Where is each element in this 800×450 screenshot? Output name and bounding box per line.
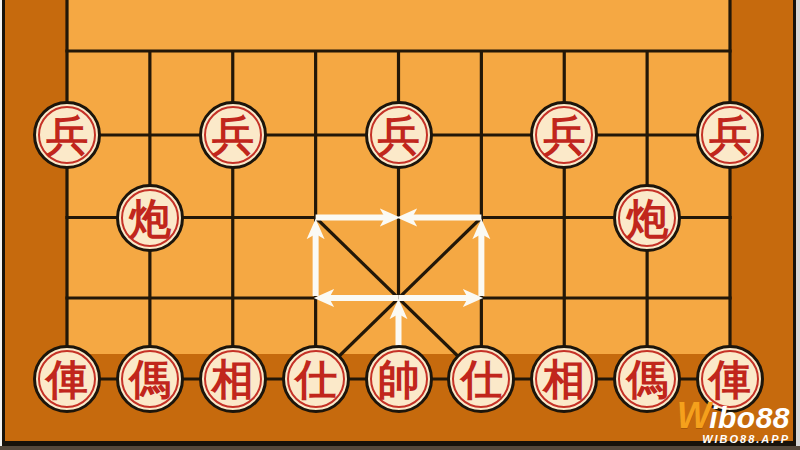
cell-f5-r2: 兵 bbox=[357, 93, 440, 177]
piece-glyph: 兵 bbox=[378, 115, 420, 157]
logo-rest: ibo88 bbox=[709, 401, 790, 434]
piece-glyph: 帥 bbox=[378, 359, 420, 401]
piece-red-elephant[interactable]: 相 bbox=[530, 345, 598, 413]
piece-glyph: 傌 bbox=[626, 359, 668, 401]
piece-layer: 兵兵兵兵兵炮炮俥傌相仕帥仕相傌俥 bbox=[26, 9, 772, 420]
piece-glyph: 相 bbox=[543, 359, 585, 401]
cell-f3-r5: 相 bbox=[191, 338, 274, 420]
piece-glyph: 傌 bbox=[129, 359, 171, 401]
piece-glyph: 炮 bbox=[129, 198, 171, 240]
piece-red-horse[interactable]: 傌 bbox=[116, 345, 184, 413]
piece-red-elephant[interactable]: 相 bbox=[199, 345, 267, 413]
cell-f1-r2: 兵 bbox=[26, 93, 109, 177]
piece-red-cannon[interactable]: 炮 bbox=[116, 184, 184, 252]
piece-red-horse[interactable]: 傌 bbox=[613, 345, 681, 413]
logo-wordmark: Wibo88 bbox=[677, 398, 790, 434]
piece-red-soldier[interactable]: 兵 bbox=[365, 101, 433, 169]
cell-f3-r2: 兵 bbox=[191, 93, 274, 177]
logo-w-accent: W bbox=[677, 395, 711, 436]
cell-f2-r5: 傌 bbox=[108, 338, 191, 420]
piece-glyph: 兵 bbox=[212, 115, 254, 157]
cell-f1-r5: 俥 bbox=[26, 338, 109, 420]
piece-red-soldier[interactable]: 兵 bbox=[530, 101, 598, 169]
piece-glyph: 仕 bbox=[460, 359, 502, 401]
piece-glyph: 俥 bbox=[709, 359, 751, 401]
piece-glyph: 兵 bbox=[46, 115, 88, 157]
piece-glyph: 兵 bbox=[709, 115, 751, 157]
piece-glyph: 仕 bbox=[295, 359, 337, 401]
cell-f5-r5: 帥 bbox=[357, 338, 440, 420]
piece-red-soldier[interactable]: 兵 bbox=[199, 101, 267, 169]
piece-red-advisor[interactable]: 仕 bbox=[282, 345, 350, 413]
piece-red-soldier[interactable]: 兵 bbox=[33, 101, 101, 169]
piece-red-chariot[interactable]: 俥 bbox=[33, 345, 101, 413]
piece-red-advisor[interactable]: 仕 bbox=[447, 345, 515, 413]
piece-red-general[interactable]: 帥 bbox=[365, 345, 433, 413]
cell-f2-r3: 炮 bbox=[108, 177, 191, 258]
piece-glyph: 相 bbox=[212, 359, 254, 401]
cell-f7-r5: 相 bbox=[523, 338, 606, 420]
cell-f7-r2: 兵 bbox=[523, 93, 606, 177]
piece-red-soldier[interactable]: 兵 bbox=[696, 101, 764, 169]
wibo88-watermark: Wibo88 WIBO88.APP bbox=[677, 398, 790, 445]
cell-f4-r5: 仕 bbox=[274, 338, 357, 420]
cell-f8-r3: 炮 bbox=[606, 177, 689, 258]
piece-glyph: 兵 bbox=[543, 115, 585, 157]
cell-f9-r2: 兵 bbox=[689, 93, 772, 177]
piece-glyph: 炮 bbox=[626, 198, 668, 240]
piece-glyph: 俥 bbox=[46, 359, 88, 401]
cell-f6-r5: 仕 bbox=[440, 338, 523, 420]
piece-red-cannon[interactable]: 炮 bbox=[613, 184, 681, 252]
xiangqi-board-screenshot: 兵兵兵兵兵炮炮俥傌相仕帥仕相傌俥 Wibo88 WIBO88.APP bbox=[0, 0, 800, 450]
